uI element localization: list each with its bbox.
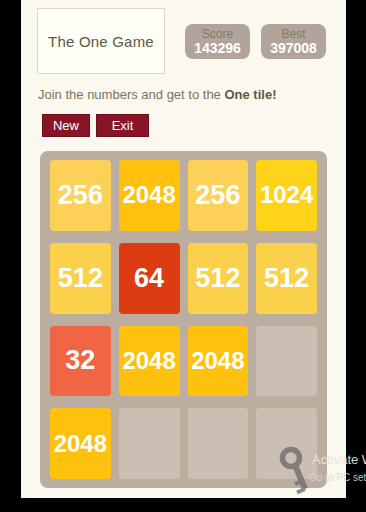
page-title: The One Game — [48, 33, 154, 50]
tile-r2c3: 512 — [188, 243, 249, 314]
subtitle-text: Join the numbers and get to the — [38, 87, 224, 102]
tile-r3c3: 2048 — [188, 326, 249, 397]
tile-r2c1: 512 — [50, 243, 111, 314]
tile-r4c4 — [256, 408, 317, 479]
game-board[interactable]: 256 2048 256 1024 512 64 512 512 32 2048… — [40, 151, 327, 488]
subtitle-highlight: One tile! — [224, 87, 276, 102]
best-label: Best — [261, 27, 326, 41]
tile-r4c1: 2048 — [50, 408, 111, 479]
tile-r1c3: 256 — [188, 160, 249, 231]
score-value: 143296 — [185, 41, 250, 56]
exit-button[interactable]: Exit — [96, 114, 149, 137]
tile-r4c2 — [119, 408, 180, 479]
tile-r1c1: 256 — [50, 160, 111, 231]
tile-r2c4: 512 — [256, 243, 317, 314]
score-box: Score 143296 — [185, 24, 250, 59]
tile-r3c1: 32 — [50, 326, 111, 397]
tile-r1c2: 2048 — [119, 160, 180, 231]
tile-r2c2: 64 — [119, 243, 180, 314]
letterbox-bottom — [0, 498, 366, 512]
score-label: Score — [185, 27, 250, 41]
tile-r4c3 — [188, 408, 249, 479]
letterbox-left — [0, 0, 21, 512]
tile-r3c4 — [256, 326, 317, 397]
tile-r3c2: 2048 — [119, 326, 180, 397]
tile-r1c4: 1024 — [256, 160, 317, 231]
new-game-button[interactable]: New — [42, 114, 90, 137]
best-value: 397008 — [261, 41, 326, 56]
app-screen: The One Game Score 143296 Best 397008 Jo… — [0, 0, 366, 512]
subtitle: Join the numbers and get to the One tile… — [38, 87, 276, 102]
title-box: The One Game — [37, 8, 165, 74]
best-box: Best 397008 — [261, 24, 326, 59]
letterbox-right — [346, 0, 366, 512]
